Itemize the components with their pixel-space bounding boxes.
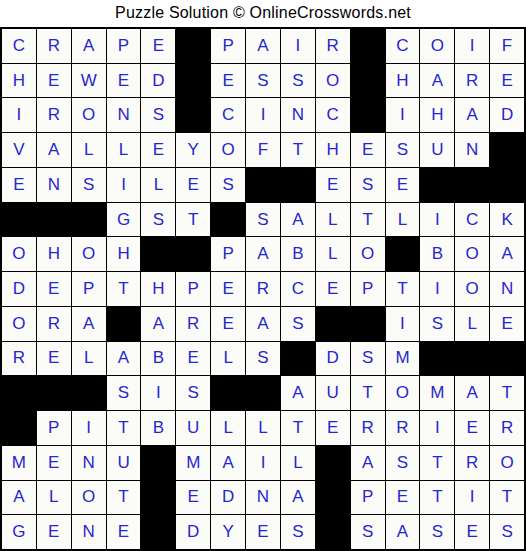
letter-cell: Y — [176, 133, 210, 167]
letter-cell: S — [281, 307, 315, 341]
letter-cell: T — [281, 133, 315, 167]
letter-cell: S — [211, 168, 245, 202]
block-cell — [420, 168, 454, 202]
letter-cell: I — [107, 168, 141, 202]
letter-cell: O — [420, 29, 454, 63]
letter-cell: A — [246, 237, 280, 271]
letter-cell: B — [420, 237, 454, 271]
block-cell — [351, 307, 385, 341]
block-cell — [351, 98, 385, 132]
letter-cell: I — [281, 29, 315, 63]
letter-cell: N — [72, 515, 106, 549]
letter-cell: O — [2, 237, 36, 271]
letter-cell: D — [490, 98, 524, 132]
block-cell — [176, 98, 210, 132]
letter-cell: P — [72, 272, 106, 306]
letter-cell: L — [211, 342, 245, 376]
letter-cell: A — [281, 203, 315, 237]
letter-cell: L — [316, 237, 350, 271]
letter-cell: E — [455, 515, 489, 549]
letter-cell: A — [420, 64, 454, 98]
letter-cell: L — [386, 203, 420, 237]
letter-cell: H — [141, 272, 175, 306]
letter-cell: L — [455, 307, 489, 341]
letter-cell: L — [316, 203, 350, 237]
block-cell — [281, 342, 315, 376]
letter-cell: A — [2, 481, 36, 515]
letter-cell: T — [351, 376, 385, 410]
letter-cell: I — [420, 272, 454, 306]
letter-cell: S — [420, 515, 454, 549]
letter-cell: V — [2, 133, 36, 167]
letter-cell: T — [107, 411, 141, 445]
block-cell — [246, 168, 280, 202]
letter-cell: O — [316, 64, 350, 98]
letter-cell: E — [316, 411, 350, 445]
letter-cell: L — [246, 411, 280, 445]
letter-cell: H — [316, 133, 350, 167]
block-cell — [246, 376, 280, 410]
letter-cell: M — [386, 342, 420, 376]
block-cell — [141, 481, 175, 515]
letter-cell: E — [316, 168, 350, 202]
block-cell — [351, 29, 385, 63]
letter-cell: A — [37, 133, 71, 167]
letter-cell: P — [211, 237, 245, 271]
letter-cell: A — [455, 376, 489, 410]
letter-cell: C — [281, 272, 315, 306]
letter-cell: E — [37, 446, 71, 480]
letter-cell: R — [37, 307, 71, 341]
letter-cell: O — [455, 237, 489, 271]
letter-cell: L — [211, 411, 245, 445]
letter-cell: E — [37, 272, 71, 306]
letter-cell: I — [420, 203, 454, 237]
letter-cell: S — [246, 342, 280, 376]
letter-cell: C — [316, 98, 350, 132]
block-cell — [281, 168, 315, 202]
letter-cell: U — [420, 133, 454, 167]
letter-cell: U — [316, 376, 350, 410]
letter-cell: M — [176, 446, 210, 480]
letter-cell: P — [351, 272, 385, 306]
block-cell — [351, 64, 385, 98]
letter-cell: O — [386, 376, 420, 410]
letter-cell: T — [351, 203, 385, 237]
letter-cell: O — [351, 237, 385, 271]
letter-cell: N — [246, 481, 280, 515]
letter-cell: E — [107, 64, 141, 98]
letter-cell: N — [490, 272, 524, 306]
letter-cell: E — [176, 168, 210, 202]
letter-cell: E — [316, 272, 350, 306]
block-cell — [2, 203, 36, 237]
letter-cell: M — [2, 446, 36, 480]
letter-cell: E — [455, 411, 489, 445]
letter-cell: E — [386, 481, 420, 515]
block-cell — [37, 203, 71, 237]
letter-cell: B — [281, 237, 315, 271]
letter-cell: E — [351, 133, 385, 167]
letter-cell: F — [246, 133, 280, 167]
letter-cell: Y — [211, 515, 245, 549]
letter-cell: O — [72, 481, 106, 515]
letter-cell: I — [141, 376, 175, 410]
block-cell — [2, 376, 36, 410]
letter-cell: I — [420, 411, 454, 445]
letter-cell: S — [351, 342, 385, 376]
letter-cell: I — [2, 98, 36, 132]
letter-cell: A — [490, 237, 524, 271]
block-cell — [72, 376, 106, 410]
letter-cell: T — [490, 481, 524, 515]
letter-cell: H — [2, 64, 36, 98]
letter-cell: I — [455, 481, 489, 515]
letter-cell: D — [176, 515, 210, 549]
letter-cell: S — [386, 446, 420, 480]
block-cell — [107, 307, 141, 341]
letter-cell: A — [141, 307, 175, 341]
letter-cell: B — [141, 342, 175, 376]
letter-cell: E — [141, 29, 175, 63]
letter-cell: P — [37, 411, 71, 445]
letter-cell: N — [72, 446, 106, 480]
block-cell — [316, 515, 350, 549]
letter-cell: N — [107, 98, 141, 132]
block-cell — [455, 342, 489, 376]
letter-cell: R — [176, 307, 210, 341]
letter-cell: R — [316, 29, 350, 63]
letter-cell: R — [455, 446, 489, 480]
block-cell — [176, 29, 210, 63]
letter-cell: R — [490, 411, 524, 445]
letter-cell: E — [490, 64, 524, 98]
letter-cell: T — [420, 446, 454, 480]
letter-cell: T — [281, 411, 315, 445]
letter-cell: D — [211, 481, 245, 515]
letter-cell: O — [211, 133, 245, 167]
letter-cell: E — [37, 342, 71, 376]
letter-cell: O — [72, 237, 106, 271]
block-cell — [141, 446, 175, 480]
letter-cell: L — [72, 342, 106, 376]
letter-cell: E — [37, 64, 71, 98]
letter-cell: L — [141, 168, 175, 202]
block-cell — [316, 446, 350, 480]
letter-cell: L — [281, 446, 315, 480]
letter-cell: E — [107, 515, 141, 549]
letter-cell: D — [141, 64, 175, 98]
letter-cell: T — [176, 203, 210, 237]
letter-cell: E — [490, 307, 524, 341]
letter-cell: I — [246, 446, 280, 480]
letter-cell: I — [386, 307, 420, 341]
letter-cell: A — [246, 307, 280, 341]
letter-cell: P — [351, 481, 385, 515]
block-cell — [316, 307, 350, 341]
letter-cell: H — [107, 237, 141, 271]
letter-cell: E — [211, 272, 245, 306]
block-cell — [72, 203, 106, 237]
letter-cell: P — [211, 29, 245, 63]
letter-cell: S — [176, 376, 210, 410]
letter-cell: I — [72, 411, 106, 445]
block-cell — [386, 237, 420, 271]
letter-cell: I — [455, 29, 489, 63]
letter-cell: H — [37, 237, 71, 271]
block-cell — [490, 168, 524, 202]
letter-cell: A — [211, 446, 245, 480]
letter-cell: C — [386, 29, 420, 63]
letter-cell: A — [351, 446, 385, 480]
letter-cell: E — [176, 481, 210, 515]
letter-cell: G — [2, 515, 36, 549]
letter-cell: H — [420, 98, 454, 132]
letter-cell: E — [386, 168, 420, 202]
block-cell — [2, 411, 36, 445]
letter-cell: A — [107, 342, 141, 376]
letter-cell: O — [72, 98, 106, 132]
letter-cell: R — [37, 98, 71, 132]
letter-cell: M — [420, 376, 454, 410]
letter-cell: F — [490, 29, 524, 63]
letter-cell: R — [386, 411, 420, 445]
letter-cell: T — [420, 481, 454, 515]
letter-cell: A — [281, 481, 315, 515]
letter-cell: P — [107, 29, 141, 63]
letter-cell: T — [490, 376, 524, 410]
letter-cell: E — [211, 307, 245, 341]
letter-cell: A — [386, 515, 420, 549]
letter-cell: H — [386, 64, 420, 98]
letter-cell: I — [246, 98, 280, 132]
letter-cell: D — [316, 342, 350, 376]
letter-cell: S — [420, 307, 454, 341]
letter-cell: A — [455, 98, 489, 132]
page-title: Puzzle Solution © OnlineCrosswords.net — [0, 0, 526, 27]
letter-cell: C — [455, 203, 489, 237]
letter-cell: C — [2, 29, 36, 63]
letter-cell: E — [141, 133, 175, 167]
letter-cell: L — [107, 133, 141, 167]
letter-cell: O — [2, 307, 36, 341]
letter-cell: P — [176, 272, 210, 306]
letter-cell: T — [107, 481, 141, 515]
block-cell — [176, 237, 210, 271]
letter-cell: O — [490, 446, 524, 480]
block-cell — [211, 376, 245, 410]
letter-cell: C — [211, 98, 245, 132]
letter-cell: S — [107, 376, 141, 410]
block-cell — [37, 376, 71, 410]
letter-cell: R — [246, 272, 280, 306]
block-cell — [316, 481, 350, 515]
letter-cell: U — [107, 446, 141, 480]
letter-cell: O — [455, 272, 489, 306]
letter-cell: S — [246, 64, 280, 98]
letter-cell: B — [141, 411, 175, 445]
letter-cell: N — [455, 133, 489, 167]
letter-cell: I — [386, 98, 420, 132]
letter-cell: E — [246, 515, 280, 549]
letter-cell: E — [2, 168, 36, 202]
letter-cell: R — [2, 342, 36, 376]
letter-cell: K — [490, 203, 524, 237]
letter-cell: S — [72, 168, 106, 202]
letter-cell: T — [107, 272, 141, 306]
block-cell — [420, 342, 454, 376]
letter-cell: S — [351, 515, 385, 549]
letter-cell: R — [455, 64, 489, 98]
block-cell — [141, 515, 175, 549]
letter-cell: N — [281, 98, 315, 132]
letter-cell: E — [37, 515, 71, 549]
block-cell — [490, 133, 524, 167]
letter-cell: R — [37, 29, 71, 63]
letter-cell: U — [176, 411, 210, 445]
block-cell — [455, 168, 489, 202]
letter-cell: G — [107, 203, 141, 237]
letter-cell: L — [37, 481, 71, 515]
letter-cell: A — [72, 29, 106, 63]
letter-cell: S — [141, 98, 175, 132]
block-cell — [141, 237, 175, 271]
letter-cell: S — [490, 515, 524, 549]
letter-cell: R — [351, 411, 385, 445]
block-cell — [176, 64, 210, 98]
letter-cell: S — [141, 203, 175, 237]
crossword-grid: CRAPEPAIRCOIFHEWEDESSOHAREIRONSCINCIHADV… — [0, 27, 526, 551]
letter-cell: W — [72, 64, 106, 98]
letter-cell: S — [351, 168, 385, 202]
letter-cell: N — [37, 168, 71, 202]
letter-cell: A — [281, 376, 315, 410]
block-cell — [490, 342, 524, 376]
letter-cell: S — [281, 515, 315, 549]
letter-cell: S — [386, 133, 420, 167]
letter-cell: S — [281, 64, 315, 98]
letter-cell: E — [176, 342, 210, 376]
letter-cell: L — [72, 133, 106, 167]
letter-cell: T — [386, 272, 420, 306]
letter-cell: S — [246, 203, 280, 237]
letter-cell: A — [72, 307, 106, 341]
block-cell — [211, 203, 245, 237]
letter-cell: A — [246, 29, 280, 63]
letter-cell: E — [211, 64, 245, 98]
letter-cell: D — [2, 272, 36, 306]
